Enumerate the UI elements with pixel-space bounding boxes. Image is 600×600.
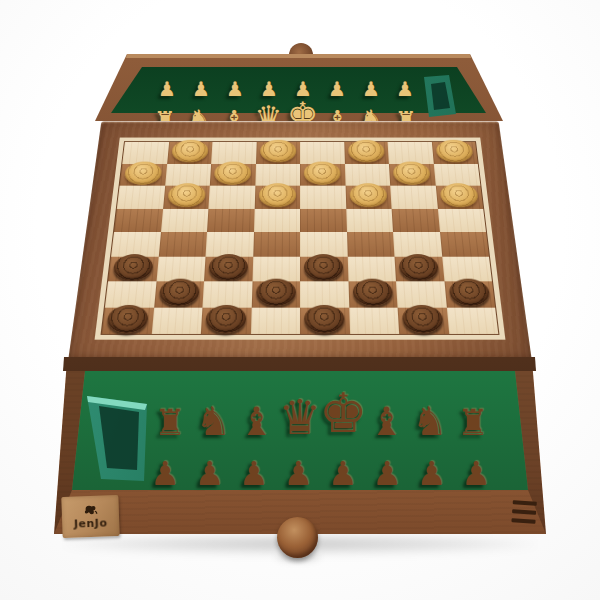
board-square-dark[interactable] bbox=[114, 208, 163, 232]
board-square-dark[interactable] bbox=[167, 142, 213, 164]
checker-dark[interactable] bbox=[256, 279, 296, 306]
checker-light[interactable] bbox=[393, 161, 431, 184]
board-square-light[interactable] bbox=[156, 256, 206, 281]
board-square-dark[interactable] bbox=[207, 208, 254, 232]
board-square-dark[interactable] bbox=[444, 281, 495, 307]
board-square-light[interactable] bbox=[117, 186, 165, 209]
dark-king-piece[interactable]: ♚ bbox=[319, 387, 367, 441]
board-square-light[interactable] bbox=[349, 307, 399, 334]
board-square-light[interactable] bbox=[211, 142, 256, 164]
dark-pawn-piece[interactable]: ♟ bbox=[461, 457, 491, 490]
board-square-dark[interactable] bbox=[300, 208, 347, 232]
dark-bishop-piece[interactable]: ♝ bbox=[369, 402, 404, 441]
lion-icon bbox=[81, 503, 99, 516]
board-square-dark[interactable] bbox=[348, 281, 398, 307]
checker-light[interactable] bbox=[171, 140, 209, 163]
board-square-light[interactable] bbox=[390, 186, 437, 209]
finger-joint-bar bbox=[513, 500, 537, 506]
dark-pawn-piece[interactable]: ♟ bbox=[372, 457, 402, 490]
dark-pawn-piece[interactable]: ♟ bbox=[195, 457, 225, 490]
board-square-light[interactable] bbox=[446, 307, 498, 334]
board-square-dark[interactable] bbox=[435, 186, 483, 209]
dark-rook-piece[interactable]: ♜ bbox=[457, 405, 489, 441]
board-square-light[interactable] bbox=[255, 163, 300, 185]
board-square-dark[interactable] bbox=[344, 142, 389, 164]
board-square-dark[interactable] bbox=[253, 232, 300, 256]
light-pawn-piece[interactable]: ♟ bbox=[260, 79, 278, 99]
checkers-board bbox=[68, 121, 532, 361]
checker-light[interactable] bbox=[124, 161, 163, 184]
dark-knight-piece[interactable]: ♞ bbox=[412, 401, 448, 441]
checker-light[interactable] bbox=[435, 140, 473, 163]
board-square-light[interactable] bbox=[437, 208, 486, 232]
checker-light[interactable] bbox=[439, 183, 479, 207]
board-square-light[interactable] bbox=[165, 163, 211, 185]
board-square-dark[interactable] bbox=[108, 256, 158, 281]
light-pawn-piece[interactable]: ♟ bbox=[328, 79, 346, 99]
board-square-light[interactable] bbox=[344, 163, 390, 185]
board-square-light[interactable] bbox=[388, 142, 434, 164]
board-square-dark[interactable] bbox=[120, 163, 167, 185]
checker-dark[interactable] bbox=[402, 305, 444, 333]
checker-dark[interactable] bbox=[106, 305, 149, 333]
board-square-dark[interactable] bbox=[256, 142, 300, 164]
finger-joints bbox=[511, 498, 539, 530]
board-square-light[interactable] bbox=[300, 281, 349, 307]
board-square-dark[interactable] bbox=[345, 186, 391, 209]
board-square-light[interactable] bbox=[300, 186, 346, 209]
board-square-light[interactable] bbox=[347, 256, 396, 281]
light-pawn-piece[interactable]: ♟ bbox=[158, 79, 176, 99]
checker-light[interactable] bbox=[167, 183, 206, 207]
board-square-light[interactable] bbox=[252, 256, 300, 281]
board-square-dark[interactable] bbox=[158, 232, 207, 256]
board-square-light[interactable] bbox=[300, 142, 344, 164]
light-pawn-piece[interactable]: ♟ bbox=[192, 79, 210, 99]
checker-light[interactable] bbox=[348, 140, 385, 163]
dark-pawn-piece[interactable]: ♟ bbox=[417, 457, 447, 490]
finger-joint-bar bbox=[512, 509, 536, 515]
dark-queen-piece[interactable]: ♛ bbox=[278, 393, 321, 441]
board-square-light[interactable] bbox=[433, 163, 480, 185]
checker-light[interactable] bbox=[258, 183, 295, 207]
board-square-light[interactable] bbox=[442, 256, 492, 281]
product-photo-canvas: ♟♟♟♟♟♟♟♟♜♞♝♛♚♝♞♜ ♜♞♝♛♚♝♞♜♟♟♟♟♟♟♟♟ JenJo bbox=[0, 0, 600, 600]
board-square-light[interactable] bbox=[346, 208, 393, 232]
checker-dark[interactable] bbox=[352, 279, 393, 306]
board-square-dark[interactable] bbox=[347, 232, 395, 256]
brand-tag: JenJo bbox=[61, 495, 119, 538]
board-square-light[interactable] bbox=[151, 307, 202, 334]
board-square-dark[interactable] bbox=[163, 186, 210, 209]
checker-dark[interactable] bbox=[208, 254, 248, 280]
board-square-light[interactable] bbox=[105, 281, 156, 307]
checker-dark[interactable] bbox=[205, 305, 246, 333]
board-square-dark[interactable] bbox=[392, 208, 440, 232]
dark-bishop-piece[interactable]: ♝ bbox=[239, 402, 274, 441]
board-square-light[interactable] bbox=[161, 208, 209, 232]
dark-pawn-piece[interactable]: ♟ bbox=[239, 457, 269, 490]
checker-dark[interactable] bbox=[304, 254, 343, 280]
checker-dark[interactable] bbox=[399, 254, 440, 280]
dark-pawn-piece[interactable]: ♟ bbox=[150, 457, 180, 490]
board-square-dark[interactable] bbox=[431, 142, 477, 164]
board-square-dark[interactable] bbox=[389, 163, 435, 185]
checker-light[interactable] bbox=[349, 183, 387, 207]
board-square-dark[interactable] bbox=[300, 163, 345, 185]
board-square-light[interactable] bbox=[393, 232, 442, 256]
board-square-light[interactable] bbox=[208, 186, 254, 209]
light-pawn-piece[interactable]: ♟ bbox=[396, 79, 414, 99]
board-square-light[interactable] bbox=[300, 232, 347, 256]
board-square-dark[interactable] bbox=[204, 256, 253, 281]
board-square-light[interactable] bbox=[254, 208, 301, 232]
brand-text: JenJo bbox=[74, 516, 108, 530]
board-square-dark[interactable] bbox=[154, 281, 204, 307]
light-pawn-piece[interactable]: ♟ bbox=[226, 79, 244, 99]
checker-dark[interactable] bbox=[158, 279, 200, 306]
board-square-dark[interactable] bbox=[398, 307, 449, 334]
board-square-dark[interactable] bbox=[102, 307, 154, 334]
light-pawn-piece[interactable]: ♟ bbox=[362, 79, 380, 99]
checker-dark[interactable] bbox=[304, 305, 345, 333]
checker-light[interactable] bbox=[260, 140, 296, 163]
board-square-light[interactable] bbox=[122, 142, 168, 164]
checker-dark[interactable] bbox=[448, 279, 490, 306]
dark-knight-piece[interactable]: ♞ bbox=[195, 401, 231, 441]
dark-rook-piece[interactable]: ♜ bbox=[154, 405, 186, 441]
board-square-dark[interactable] bbox=[251, 281, 300, 307]
board-square-light[interactable] bbox=[206, 232, 254, 256]
checker-light[interactable] bbox=[214, 161, 252, 184]
dark-pawn-piece[interactable]: ♟ bbox=[328, 457, 358, 490]
board-square-light[interactable] bbox=[111, 232, 160, 256]
board-square-dark[interactable] bbox=[300, 256, 348, 281]
checker-light[interactable] bbox=[304, 161, 341, 184]
board-square-dark[interactable] bbox=[254, 186, 300, 209]
bottom-drawer-knob[interactable] bbox=[277, 517, 318, 558]
dark-pawn-piece[interactable]: ♟ bbox=[283, 457, 313, 490]
board-square-dark[interactable] bbox=[300, 307, 350, 334]
board-square-dark[interactable] bbox=[210, 163, 256, 185]
board-square-light[interactable] bbox=[250, 307, 300, 334]
board-square-dark[interactable] bbox=[201, 307, 251, 334]
board-square-dark[interactable] bbox=[394, 256, 444, 281]
finger-joint-bar bbox=[511, 518, 535, 524]
board-square-light[interactable] bbox=[202, 281, 252, 307]
board-grid bbox=[101, 141, 500, 335]
board-square-dark[interactable] bbox=[440, 232, 489, 256]
board-square-light[interactable] bbox=[396, 281, 446, 307]
checker-dark[interactable] bbox=[113, 254, 155, 280]
